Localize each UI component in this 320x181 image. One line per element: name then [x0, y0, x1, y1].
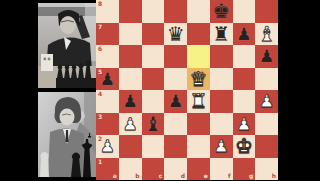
black-pawn-icon: ♟: [259, 45, 274, 67]
square-f2[interactable]: ♟: [210, 135, 233, 158]
square-g1[interactable]: g: [233, 158, 256, 181]
square-e4[interactable]: ♜: [187, 90, 210, 113]
square-d2[interactable]: [164, 135, 187, 158]
rank-label-7: 7: [98, 24, 102, 30]
file-label-d: d: [181, 173, 185, 179]
square-c1[interactable]: c: [142, 158, 165, 181]
black-queen-icon: ♛: [167, 23, 185, 45]
square-a1[interactable]: 1a: [96, 158, 119, 181]
square-e1[interactable]: e: [187, 158, 210, 181]
square-f8[interactable]: ♚: [210, 0, 233, 23]
square-g5[interactable]: [233, 68, 256, 91]
square-h4[interactable]: ♟: [255, 90, 278, 113]
chess-clock-shape: [41, 54, 53, 71]
tie-shape: [66, 130, 69, 142]
square-b7[interactable]: [119, 23, 142, 46]
square-g7[interactable]: ♟: [233, 23, 256, 46]
square-g4[interactable]: [233, 90, 256, 113]
square-f5[interactable]: [210, 68, 233, 91]
square-c3[interactable]: ♝: [142, 113, 165, 136]
white-pawn-icon: ♟: [236, 113, 251, 135]
square-e6[interactable]: [187, 45, 210, 68]
square-h5[interactable]: [255, 68, 278, 91]
square-c4[interactable]: [142, 90, 165, 113]
square-e8[interactable]: [187, 0, 210, 23]
file-label-g: g: [249, 173, 253, 179]
black-pawn-icon: ♟: [236, 23, 251, 45]
face-shape: [60, 109, 75, 126]
square-b5[interactable]: [119, 68, 142, 91]
face-shape: [60, 16, 76, 34]
square-a6[interactable]: 6: [96, 45, 119, 68]
black-pawn-icon: ♟: [168, 90, 183, 112]
square-h7[interactable]: ♝: [255, 23, 278, 46]
square-a7[interactable]: 7: [96, 23, 119, 46]
square-c2[interactable]: [142, 135, 165, 158]
square-c8[interactable]: [142, 0, 165, 23]
square-d7[interactable]: ♛: [164, 23, 187, 46]
file-label-c: c: [159, 173, 163, 179]
square-h2[interactable]: [255, 135, 278, 158]
square-b6[interactable]: [119, 45, 142, 68]
square-f4[interactable]: [210, 90, 233, 113]
rank-label-6: 6: [98, 46, 102, 52]
rank-label-8: 8: [98, 1, 102, 7]
square-d8[interactable]: [164, 0, 187, 23]
square-a8[interactable]: 8: [96, 0, 119, 23]
white-bishop-icon: ♝: [258, 23, 276, 45]
square-f7[interactable]: ♜: [210, 23, 233, 46]
square-b1[interactable]: b: [119, 158, 142, 181]
white-rook-icon: ♜: [189, 90, 207, 112]
square-e7[interactable]: [187, 23, 210, 46]
square-a4[interactable]: 4: [96, 90, 119, 113]
file-label-f: f: [228, 173, 231, 179]
square-d6[interactable]: [164, 45, 187, 68]
video-frame: 8♚7♛♜♟♝6♟5♟♛4♟♟♜♟3♟♝♟2♟♟♚1abcdefgh: [0, 0, 320, 180]
square-d1[interactable]: d: [164, 158, 187, 181]
square-a2[interactable]: 2♟: [96, 135, 119, 158]
black-rook-icon: ♜: [212, 23, 230, 45]
white-king-icon: ♚: [235, 135, 253, 157]
black-pawn-icon: ♟: [123, 90, 138, 112]
white-pawn-icon: ♟: [214, 135, 229, 157]
square-d3[interactable]: [164, 113, 187, 136]
white-queen-icon: ♛: [189, 68, 207, 90]
rank-label-4: 4: [98, 91, 102, 97]
rank-label-2: 2: [98, 136, 102, 142]
square-g3[interactable]: ♟: [233, 113, 256, 136]
square-b2[interactable]: [119, 135, 142, 158]
square-a3[interactable]: 3: [96, 113, 119, 136]
square-h1[interactable]: h: [255, 158, 278, 181]
square-h3[interactable]: [255, 113, 278, 136]
square-g2[interactable]: ♚: [233, 135, 256, 158]
player-photo-top: [38, 3, 96, 88]
square-a5[interactable]: 5♟: [96, 68, 119, 91]
black-bishop-icon: ♝: [144, 113, 162, 135]
square-e3[interactable]: [187, 113, 210, 136]
black-king-icon: ♚: [212, 0, 230, 22]
file-label-b: b: [135, 173, 139, 179]
square-f6[interactable]: [210, 45, 233, 68]
player-photo-bottom: [38, 92, 96, 177]
rank-label-3: 3: [98, 114, 102, 120]
white-pawn-icon: ♟: [259, 90, 274, 112]
square-g8[interactable]: [233, 0, 256, 23]
rank-label-1: 1: [98, 159, 102, 165]
square-g6[interactable]: [233, 45, 256, 68]
rank-label-5: 5: [98, 69, 102, 75]
square-b8[interactable]: [119, 0, 142, 23]
player-photo-top-art: [38, 3, 96, 88]
player-photo-bottom-art: [38, 92, 96, 177]
square-b4[interactable]: ♟: [119, 90, 142, 113]
file-label-a: a: [113, 173, 117, 179]
square-h8[interactable]: [255, 0, 278, 23]
square-e5[interactable]: ♛: [187, 68, 210, 91]
square-f3[interactable]: [210, 113, 233, 136]
square-c5[interactable]: [142, 68, 165, 91]
square-c7[interactable]: [142, 23, 165, 46]
square-d4[interactable]: ♟: [164, 90, 187, 113]
square-d5[interactable]: [164, 68, 187, 91]
square-e2[interactable]: [187, 135, 210, 158]
square-h6[interactable]: ♟: [255, 45, 278, 68]
file-label-e: e: [204, 173, 208, 179]
white-pawn-icon: ♟: [123, 113, 138, 135]
square-c6[interactable]: [142, 45, 165, 68]
square-b3[interactable]: ♟: [119, 113, 142, 136]
file-label-h: h: [272, 173, 276, 179]
square-f1[interactable]: f: [210, 158, 233, 181]
chess-board: 8♚7♛♜♟♝6♟5♟♛4♟♟♜♟3♟♝♟2♟♟♚1abcdefgh: [96, 0, 278, 180]
